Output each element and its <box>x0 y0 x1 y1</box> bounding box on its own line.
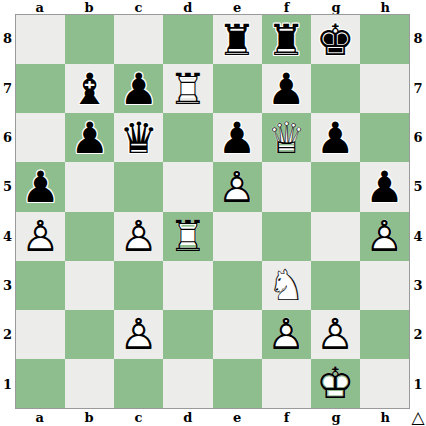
square-f8[interactable]: ♜♜ <box>262 15 311 64</box>
file-label-c-bottom: c <box>114 409 163 426</box>
piece-backing: ♟ <box>262 67 311 110</box>
piece-backing: ♝ <box>65 67 114 110</box>
piece-black-pawn: ♟ <box>114 67 163 110</box>
chess-diagram: abcdefgh 87654321 ♜♜♜♜♚♚♝♝♟♟♜♖♟♟♟♟♛♛♟♟♛♕… <box>0 0 426 426</box>
piece-white-king: ♔ <box>311 362 360 405</box>
square-e8[interactable]: ♜♜ <box>213 15 262 64</box>
rank-label-4-right: 4 <box>410 212 426 261</box>
piece-backing: ♟ <box>114 215 163 258</box>
chess-board: ♜♜♜♜♚♚♝♝♟♟♜♖♟♟♟♟♛♛♟♟♛♕♟♟♟♟♟♙♟♟♟♙♟♙♜♖♟♙♞♘… <box>15 14 410 409</box>
piece-black-rook: ♜ <box>262 18 311 61</box>
square-g7[interactable] <box>311 64 360 113</box>
square-h8[interactable] <box>360 15 409 64</box>
piece-backing: ♟ <box>16 215 65 258</box>
piece-backing: ♟ <box>311 313 360 356</box>
piece-black-rook: ♜ <box>213 18 262 61</box>
file-label-d-top: d <box>163 0 212 14</box>
square-a1[interactable] <box>16 359 65 408</box>
file-label-f-bottom: f <box>262 409 311 426</box>
square-d4[interactable]: ♜♖ <box>163 212 212 261</box>
square-a8[interactable] <box>16 15 65 64</box>
piece-backing: ♟ <box>311 116 360 159</box>
piece-white-pawn: ♙ <box>360 215 409 258</box>
square-g5[interactable] <box>311 162 360 211</box>
square-d1[interactable] <box>163 359 212 408</box>
piece-backing: ♜ <box>163 67 212 110</box>
square-h2[interactable] <box>360 310 409 359</box>
rank-label-6-right: 6 <box>410 113 426 162</box>
square-f4[interactable] <box>262 212 311 261</box>
rank-label-5-right: 5 <box>410 162 426 211</box>
square-e3[interactable] <box>213 261 262 310</box>
rank-label-6-left: 6 <box>0 113 15 162</box>
square-c7[interactable]: ♟♟ <box>114 64 163 113</box>
rank-label-1-right: 1 <box>410 360 426 409</box>
square-b2[interactable] <box>65 310 114 359</box>
piece-white-pawn: ♙ <box>16 215 65 258</box>
piece-black-pawn: ♟ <box>360 165 409 208</box>
square-b1[interactable] <box>65 359 114 408</box>
piece-backing: ♜ <box>163 215 212 258</box>
file-label-a-top: a <box>15 0 64 14</box>
rank-label-3-right: 3 <box>410 261 426 310</box>
square-b7[interactable]: ♝♝ <box>65 64 114 113</box>
square-h5[interactable]: ♟♟ <box>360 162 409 211</box>
piece-white-pawn: ♙ <box>114 215 163 258</box>
file-label-g-bottom: g <box>311 409 360 426</box>
white-to-move-triangle-icon: △ <box>411 409 424 426</box>
square-g3[interactable] <box>311 261 360 310</box>
square-h3[interactable] <box>360 261 409 310</box>
square-a7[interactable] <box>16 64 65 113</box>
file-label-d-bottom: d <box>163 409 212 426</box>
rank-labels-right: 87654321 <box>410 14 426 409</box>
piece-black-bishop: ♝ <box>65 67 114 110</box>
piece-backing: ♟ <box>16 165 65 208</box>
square-g6[interactable]: ♟♟ <box>311 113 360 162</box>
square-h4[interactable]: ♟♙ <box>360 212 409 261</box>
rank-label-2-right: 2 <box>410 310 426 359</box>
file-label-e-top: e <box>213 0 262 14</box>
piece-white-pawn: ♙ <box>213 165 262 208</box>
piece-white-pawn: ♙ <box>262 313 311 356</box>
square-g4[interactable] <box>311 212 360 261</box>
square-d7[interactable]: ♜♖ <box>163 64 212 113</box>
square-g2[interactable]: ♟♙ <box>311 310 360 359</box>
square-e6[interactable]: ♟♟ <box>213 113 262 162</box>
piece-black-pawn: ♟ <box>311 116 360 159</box>
rank-label-5-left: 5 <box>0 162 15 211</box>
piece-backing: ♜ <box>262 18 311 61</box>
square-h1[interactable] <box>360 359 409 408</box>
rank-label-1-left: 1 <box>0 360 15 409</box>
square-a5[interactable]: ♟♟ <box>16 162 65 211</box>
corner-top-right <box>410 0 426 14</box>
piece-black-pawn: ♟ <box>213 116 262 159</box>
square-b5[interactable] <box>65 162 114 211</box>
square-c5[interactable] <box>114 162 163 211</box>
piece-white-queen: ♕ <box>262 116 311 159</box>
piece-backing: ♟ <box>360 165 409 208</box>
rank-label-8-right: 8 <box>410 14 426 63</box>
square-d3[interactable] <box>163 261 212 310</box>
rank-label-7-right: 7 <box>410 63 426 112</box>
piece-white-pawn: ♙ <box>114 313 163 356</box>
piece-backing: ♟ <box>262 313 311 356</box>
square-a4[interactable]: ♟♙ <box>16 212 65 261</box>
square-f1[interactable] <box>262 359 311 408</box>
square-f5[interactable] <box>262 162 311 211</box>
file-label-c-top: c <box>114 0 163 14</box>
square-b8[interactable] <box>65 15 114 64</box>
square-c3[interactable] <box>114 261 163 310</box>
square-d2[interactable] <box>163 310 212 359</box>
square-f3[interactable]: ♞♘ <box>262 261 311 310</box>
square-g8[interactable]: ♚♚ <box>311 15 360 64</box>
corner-top-left <box>0 0 15 14</box>
file-label-h-bottom: h <box>361 409 410 426</box>
square-d5[interactable] <box>163 162 212 211</box>
piece-backing: ♚ <box>311 18 360 61</box>
turn-indicator: △ <box>410 409 426 426</box>
piece-backing: ♟ <box>213 165 262 208</box>
square-g1[interactable]: ♚♔ <box>311 359 360 408</box>
file-labels-top: abcdefgh <box>15 0 410 14</box>
square-a3[interactable] <box>16 261 65 310</box>
piece-white-rook: ♖ <box>163 67 212 110</box>
file-label-e-bottom: e <box>213 409 262 426</box>
rank-labels-left: 87654321 <box>0 14 15 409</box>
piece-backing: ♟ <box>114 313 163 356</box>
file-label-a-bottom: a <box>15 409 64 426</box>
square-c6[interactable]: ♛♛ <box>114 113 163 162</box>
square-e5[interactable]: ♟♙ <box>213 162 262 211</box>
square-f6[interactable]: ♛♕ <box>262 113 311 162</box>
piece-black-pawn: ♟ <box>16 165 65 208</box>
rank-label-8-left: 8 <box>0 14 15 63</box>
square-c1[interactable] <box>114 359 163 408</box>
piece-black-pawn: ♟ <box>65 116 114 159</box>
rank-label-3-left: 3 <box>0 261 15 310</box>
square-c4[interactable]: ♟♙ <box>114 212 163 261</box>
piece-backing: ♞ <box>262 264 311 307</box>
square-b6[interactable]: ♟♟ <box>65 113 114 162</box>
file-label-f-top: f <box>262 0 311 14</box>
file-labels-bottom: abcdefgh <box>15 409 410 426</box>
square-d8[interactable] <box>163 15 212 64</box>
square-a6[interactable] <box>16 113 65 162</box>
rank-label-4-left: 4 <box>0 212 15 261</box>
piece-black-queen: ♛ <box>114 116 163 159</box>
file-label-h-top: h <box>361 0 410 14</box>
square-e2[interactable] <box>213 310 262 359</box>
piece-backing: ♟ <box>213 116 262 159</box>
rank-label-2-left: 2 <box>0 310 15 359</box>
square-a2[interactable] <box>16 310 65 359</box>
piece-backing: ♛ <box>262 116 311 159</box>
piece-white-pawn: ♙ <box>311 313 360 356</box>
piece-backing: ♛ <box>114 116 163 159</box>
piece-backing: ♟ <box>65 116 114 159</box>
square-h7[interactable] <box>360 64 409 113</box>
piece-backing: ♚ <box>311 362 360 405</box>
piece-black-pawn: ♟ <box>262 67 311 110</box>
piece-backing: ♟ <box>360 215 409 258</box>
corner-bottom-left <box>0 409 15 426</box>
square-c8[interactable] <box>114 15 163 64</box>
file-label-g-top: g <box>311 0 360 14</box>
file-label-b-top: b <box>64 0 113 14</box>
piece-black-king: ♚ <box>311 18 360 61</box>
square-b3[interactable] <box>65 261 114 310</box>
rank-label-7-left: 7 <box>0 63 15 112</box>
square-f7[interactable]: ♟♟ <box>262 64 311 113</box>
piece-white-rook: ♖ <box>163 215 212 258</box>
square-h6[interactable] <box>360 113 409 162</box>
square-c2[interactable]: ♟♙ <box>114 310 163 359</box>
square-e4[interactable] <box>213 212 262 261</box>
piece-white-knight: ♘ <box>262 264 311 307</box>
square-e1[interactable] <box>213 359 262 408</box>
square-e7[interactable] <box>213 64 262 113</box>
piece-backing: ♟ <box>114 67 163 110</box>
square-f2[interactable]: ♟♙ <box>262 310 311 359</box>
square-b4[interactable] <box>65 212 114 261</box>
square-d6[interactable] <box>163 113 212 162</box>
file-label-b-bottom: b <box>64 409 113 426</box>
piece-backing: ♜ <box>213 18 262 61</box>
